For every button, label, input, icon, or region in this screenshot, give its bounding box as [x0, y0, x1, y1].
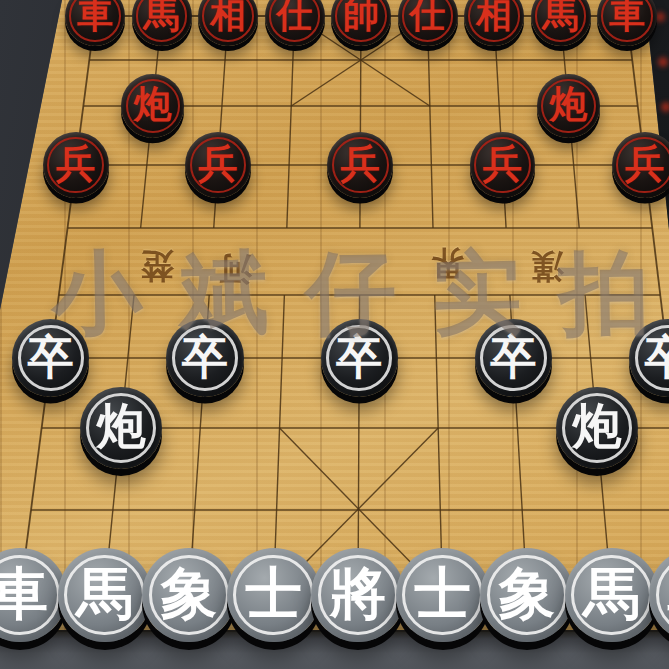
piece-label: 炮 [550, 86, 588, 124]
piece-black-soldier[interactable]: 卒 [475, 319, 552, 396]
piece-black-soldier[interactable]: 卒 [321, 319, 398, 396]
piece-label: 兵 [625, 144, 664, 184]
piece-label: 兵 [56, 144, 95, 184]
piece-red-general[interactable]: 帥 [331, 0, 391, 46]
piece-red-soldier[interactable]: 兵 [327, 132, 393, 198]
piece-label: 卒 [28, 334, 74, 380]
piece-label: 士 [245, 566, 301, 622]
piece-red-cannon[interactable]: 炮 [537, 74, 600, 137]
piece-label: 象 [161, 566, 217, 622]
piece-black-soldier[interactable]: 卒 [12, 319, 89, 396]
piece-black-advisor[interactable]: 士 [227, 548, 321, 642]
piece-label: 兵 [483, 144, 522, 184]
piece-red-advisor[interactable]: 仕 [398, 0, 458, 46]
piece-black-advisor[interactable]: 士 [396, 548, 490, 642]
piece-red-soldier[interactable]: 兵 [185, 132, 251, 198]
piece-red-elephant[interactable]: 相 [198, 0, 258, 46]
pieces-layer: 車馬相仕帥仕相馬車炮炮兵兵兵兵兵卒卒卒卒卒炮炮車馬象士將士象馬車 [0, 0, 669, 669]
piece-label: 兵 [198, 144, 237, 184]
piece-label: 兵 [340, 144, 379, 184]
piece-black-chariot[interactable]: 車 [649, 548, 669, 642]
piece-label: 將 [330, 566, 386, 622]
piece-red-chariot[interactable]: 車 [65, 0, 125, 46]
piece-red-soldier[interactable]: 兵 [470, 132, 536, 198]
piece-black-horse[interactable]: 馬 [565, 548, 659, 642]
piece-black-elephant[interactable]: 象 [480, 548, 574, 642]
piece-label: 車 [609, 0, 645, 33]
piece-black-soldier[interactable]: 卒 [629, 319, 669, 396]
piece-label: 炮 [96, 402, 145, 451]
piece-black-horse[interactable]: 馬 [58, 548, 152, 642]
piece-red-soldier[interactable]: 兵 [612, 132, 669, 198]
piece-label: 卒 [336, 334, 382, 380]
piece-label: 炮 [134, 86, 172, 124]
piece-label: 馬 [76, 566, 132, 622]
piece-black-cannon[interactable]: 炮 [80, 387, 162, 469]
piece-black-soldier[interactable]: 卒 [166, 319, 243, 396]
piece-label: 相 [476, 0, 512, 33]
piece-label: 仕 [410, 0, 446, 33]
xiangqi-photo: 楚 河 界 漢 車馬相仕帥仕相馬車炮炮兵兵兵兵兵卒卒卒卒卒炮炮車馬象士將士象馬車… [0, 0, 669, 669]
piece-black-general[interactable]: 將 [311, 548, 405, 642]
piece-red-horse[interactable]: 馬 [531, 0, 591, 46]
piece-label: 馬 [144, 0, 180, 33]
piece-black-elephant[interactable]: 象 [142, 548, 236, 642]
piece-black-chariot[interactable]: 車 [0, 548, 67, 642]
piece-label: 車 [0, 566, 48, 622]
piece-label: 帥 [343, 0, 379, 33]
piece-red-cannon[interactable]: 炮 [121, 74, 184, 137]
piece-red-horse[interactable]: 馬 [132, 0, 192, 46]
piece-label: 象 [499, 566, 555, 622]
piece-label: 車 [77, 0, 113, 33]
piece-label: 相 [210, 0, 246, 33]
piece-label: 卒 [182, 334, 228, 380]
piece-red-soldier[interactable]: 兵 [43, 132, 109, 198]
piece-label: 炮 [572, 402, 621, 451]
piece-label: 卒 [490, 334, 536, 380]
piece-label: 卒 [645, 334, 669, 380]
piece-red-advisor[interactable]: 仕 [265, 0, 325, 46]
piece-red-elephant[interactable]: 相 [464, 0, 524, 46]
piece-black-cannon[interactable]: 炮 [556, 387, 638, 469]
piece-label: 士 [414, 566, 470, 622]
piece-label: 馬 [583, 566, 639, 622]
piece-red-chariot[interactable]: 車 [597, 0, 657, 46]
piece-label: 馬 [543, 0, 579, 33]
piece-label: 仕 [277, 0, 313, 33]
